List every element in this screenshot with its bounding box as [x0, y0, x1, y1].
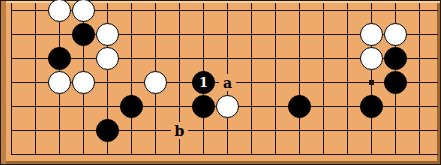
stone-white	[48, 71, 71, 94]
grid-line-vertical	[299, 3, 300, 155]
grid-line-horizontal	[11, 154, 438, 155]
stone-white	[72, 0, 95, 22]
stone-white	[144, 71, 167, 94]
stone-black	[120, 95, 143, 118]
stone-white	[360, 47, 383, 70]
grid-line-vertical	[251, 3, 252, 155]
board-letter-label: a	[219, 74, 236, 91]
stone-white	[48, 0, 71, 22]
stone-black: 1	[192, 71, 215, 94]
stone-white	[216, 95, 239, 118]
stone-white	[360, 23, 383, 46]
grid-line-vertical	[11, 3, 12, 155]
stone-white	[96, 47, 119, 70]
stone-white	[96, 23, 119, 46]
grid-line-vertical	[419, 3, 420, 155]
go-board: 1ab	[0, 0, 441, 165]
grid-line-vertical	[347, 3, 348, 155]
star-point	[369, 80, 374, 85]
grid-line-vertical	[275, 3, 276, 155]
grid-line-vertical	[131, 3, 132, 155]
stone-black	[48, 47, 71, 70]
stone-black	[192, 95, 215, 118]
stone-white	[72, 71, 95, 94]
board-letter-label: b	[171, 122, 188, 139]
stone-black	[384, 71, 407, 94]
go-diagram: 1ab	[0, 0, 441, 165]
move-number-label: 1	[199, 76, 208, 89]
stone-black	[96, 119, 119, 142]
grid-line-vertical	[323, 3, 324, 155]
stone-black	[288, 95, 311, 118]
stone-black	[72, 23, 95, 46]
stone-black	[384, 47, 407, 70]
grid-line-horizontal	[11, 130, 438, 131]
grid-line-vertical	[35, 3, 36, 155]
stone-black	[360, 95, 383, 118]
stone-white	[384, 23, 407, 46]
